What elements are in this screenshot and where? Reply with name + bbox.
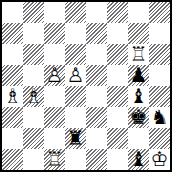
square-h6[interactable] <box>149 44 170 65</box>
square-b7[interactable] <box>23 23 44 44</box>
square-f8[interactable] <box>107 2 128 23</box>
square-e8[interactable] <box>86 2 107 23</box>
square-b5[interactable] <box>23 65 44 86</box>
piece-black-pawn-g5[interactable]: ♟ <box>128 65 149 86</box>
black-knight-icon: ♞ <box>149 107 170 128</box>
square-c5[interactable]: ♟♙ <box>44 65 65 86</box>
square-e5[interactable] <box>86 65 107 86</box>
square-f7[interactable] <box>107 23 128 44</box>
white-pawn-icon: ♙ <box>65 65 86 86</box>
square-b6[interactable] <box>23 44 44 65</box>
piece-black-bishop-g4[interactable]: ♝ <box>128 86 149 107</box>
square-d4[interactable] <box>65 86 86 107</box>
piece-white-bishop-b4[interactable]: ♝♗ <box>23 86 44 107</box>
square-h1[interactable]: ♚♔ <box>149 149 170 170</box>
black-rook-icon: ♜ <box>65 128 86 149</box>
chess-board: ♜♖♟♙♟♙♟♝♗♝♗♝♚♞♜♜♖♝♚♔ <box>2 2 170 170</box>
square-e3[interactable] <box>86 107 107 128</box>
square-a8[interactable] <box>2 2 23 23</box>
square-a2[interactable] <box>2 128 23 149</box>
square-a5[interactable] <box>2 65 23 86</box>
black-pawn-icon: ♟ <box>128 65 149 86</box>
square-f1[interactable] <box>107 149 128 170</box>
black-king-icon: ♚ <box>128 107 149 128</box>
black-bishop-icon: ♝ <box>128 86 149 107</box>
square-c6[interactable] <box>44 44 65 65</box>
square-c1[interactable]: ♜♖ <box>44 149 65 170</box>
square-d6[interactable] <box>65 44 86 65</box>
square-d7[interactable] <box>65 23 86 44</box>
square-h5[interactable] <box>149 65 170 86</box>
square-e4[interactable] <box>86 86 107 107</box>
square-g8[interactable] <box>128 2 149 23</box>
chess-board-frame: ♜♖♟♙♟♙♟♝♗♝♗♝♚♞♜♜♖♝♚♔ <box>0 0 172 172</box>
square-g7[interactable] <box>128 23 149 44</box>
square-a1[interactable] <box>2 149 23 170</box>
piece-white-rook-g6[interactable]: ♜♖ <box>128 44 149 65</box>
piece-black-king-g3[interactable]: ♚ <box>128 107 149 128</box>
piece-black-knight-h3[interactable]: ♞ <box>149 107 170 128</box>
square-b1[interactable] <box>23 149 44 170</box>
square-g2[interactable] <box>128 128 149 149</box>
square-f5[interactable] <box>107 65 128 86</box>
square-h3[interactable]: ♞ <box>149 107 170 128</box>
square-e7[interactable] <box>86 23 107 44</box>
square-c8[interactable] <box>44 2 65 23</box>
square-e6[interactable] <box>86 44 107 65</box>
square-b8[interactable] <box>23 2 44 23</box>
white-bishop-icon: ♗ <box>2 86 23 107</box>
square-f3[interactable] <box>107 107 128 128</box>
square-c2[interactable] <box>44 128 65 149</box>
square-a4[interactable]: ♝♗ <box>2 86 23 107</box>
square-a6[interactable] <box>2 44 23 65</box>
square-f2[interactable] <box>107 128 128 149</box>
square-h4[interactable] <box>149 86 170 107</box>
square-a3[interactable] <box>2 107 23 128</box>
square-d5[interactable]: ♟♙ <box>65 65 86 86</box>
square-h2[interactable] <box>149 128 170 149</box>
piece-white-bishop-a4[interactable]: ♝♗ <box>2 86 23 107</box>
square-d3[interactable] <box>65 107 86 128</box>
square-g6[interactable]: ♜♖ <box>128 44 149 65</box>
white-king-icon: ♔ <box>149 149 170 170</box>
square-c4[interactable] <box>44 86 65 107</box>
square-f6[interactable] <box>107 44 128 65</box>
square-d2[interactable]: ♜ <box>65 128 86 149</box>
piece-white-pawn-c5[interactable]: ♟♙ <box>44 65 65 86</box>
square-b3[interactable] <box>23 107 44 128</box>
white-bishop-icon: ♗ <box>23 86 44 107</box>
square-g1[interactable]: ♝ <box>128 149 149 170</box>
square-h7[interactable] <box>149 23 170 44</box>
square-b2[interactable] <box>23 128 44 149</box>
square-b4[interactable]: ♝♗ <box>23 86 44 107</box>
piece-black-rook-d2[interactable]: ♜ <box>65 128 86 149</box>
white-rook-icon: ♖ <box>44 149 65 170</box>
white-pawn-icon: ♙ <box>44 65 65 86</box>
square-a7[interactable] <box>2 23 23 44</box>
black-bishop-icon: ♝ <box>128 149 149 170</box>
piece-white-pawn-d5[interactable]: ♟♙ <box>65 65 86 86</box>
square-g5[interactable]: ♟ <box>128 65 149 86</box>
square-d8[interactable] <box>65 2 86 23</box>
piece-white-king-h1[interactable]: ♚♔ <box>149 149 170 170</box>
square-c3[interactable] <box>44 107 65 128</box>
square-g3[interactable]: ♚ <box>128 107 149 128</box>
piece-white-rook-c1[interactable]: ♜♖ <box>44 149 65 170</box>
square-f4[interactable] <box>107 86 128 107</box>
piece-black-bishop-g1[interactable]: ♝ <box>128 149 149 170</box>
square-g4[interactable]: ♝ <box>128 86 149 107</box>
white-rook-icon: ♖ <box>128 44 149 65</box>
square-h8[interactable] <box>149 2 170 23</box>
square-e1[interactable] <box>86 149 107 170</box>
square-d1[interactable] <box>65 149 86 170</box>
square-e2[interactable] <box>86 128 107 149</box>
square-c7[interactable] <box>44 23 65 44</box>
